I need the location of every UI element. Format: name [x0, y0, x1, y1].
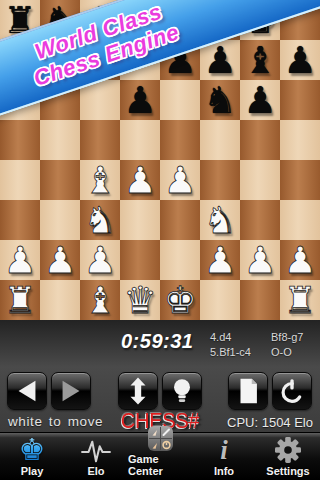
square-e1[interactable]: ♚	[160, 280, 200, 320]
square-e5[interactable]	[160, 120, 200, 160]
square-d3[interactable]	[120, 200, 160, 240]
square-e2[interactable]	[160, 240, 200, 280]
square-d2[interactable]	[120, 240, 160, 280]
tab-elo[interactable]: Elo	[64, 433, 128, 480]
square-g1[interactable]	[240, 280, 280, 320]
square-b4[interactable]	[40, 160, 80, 200]
right-triangle-icon	[56, 376, 86, 406]
tab-play[interactable]: ♚ Play	[0, 433, 64, 480]
left-triangle-icon	[12, 376, 42, 406]
square-c3[interactable]: ♞	[80, 200, 120, 240]
move-list-entry: 4.d4	[210, 331, 231, 343]
game-clock: 0:59:31	[121, 330, 193, 353]
square-a3[interactable]	[0, 200, 40, 240]
square-a5[interactable]	[0, 120, 40, 160]
white-queen[interactable]: ♛	[120, 280, 160, 320]
up-down-arrow-icon	[123, 376, 153, 406]
move-list-entry: O-O	[271, 346, 292, 358]
power-button[interactable]	[272, 372, 312, 410]
forward-button[interactable]	[51, 372, 91, 410]
white-pawn[interactable]: ♟	[240, 240, 280, 280]
new-game-button[interactable]	[228, 372, 268, 410]
black-pawn[interactable]: ♟	[240, 80, 280, 120]
square-c4[interactable]: ♝	[80, 160, 120, 200]
white-king[interactable]: ♚	[160, 280, 200, 320]
tab-bar: ♚ Play Elo	[0, 432, 320, 480]
square-h5[interactable]	[280, 120, 320, 160]
white-bishop[interactable]: ♝	[80, 280, 120, 320]
cpu-elo-label: CPU: 1504 Elo	[227, 415, 313, 430]
square-g4[interactable]	[240, 160, 280, 200]
square-h3[interactable]	[280, 200, 320, 240]
white-knight[interactable]: ♞	[80, 200, 120, 240]
square-b5[interactable]	[40, 120, 80, 160]
square-c2[interactable]: ♟	[80, 240, 120, 280]
square-e4[interactable]: ♟	[160, 160, 200, 200]
gear-icon	[274, 435, 302, 464]
black-knight[interactable]: ♞	[200, 80, 240, 120]
square-e6[interactable]	[160, 80, 200, 120]
square-h6[interactable]	[280, 80, 320, 120]
move-list-entry: 5.Bf1-c4	[210, 346, 251, 358]
square-b3[interactable]	[40, 200, 80, 240]
square-b2[interactable]: ♟	[40, 240, 80, 280]
square-g3[interactable]	[240, 200, 280, 240]
square-f2[interactable]: ♟	[200, 240, 240, 280]
square-f5[interactable]	[200, 120, 240, 160]
square-a4[interactable]	[0, 160, 40, 200]
square-g5[interactable]	[240, 120, 280, 160]
square-d6[interactable]: ♟	[120, 80, 160, 120]
square-h7[interactable]: ♟	[280, 40, 320, 80]
black-bishop[interactable]: ♝	[240, 40, 280, 80]
tab-info[interactable]: i Info	[192, 433, 256, 480]
move-list-entry: Bf8-g7	[271, 331, 303, 343]
white-pawn[interactable]: ♟	[40, 240, 80, 280]
chess-king-icon: ♚	[19, 435, 46, 464]
square-g6[interactable]: ♟	[240, 80, 280, 120]
info-icon: i	[220, 435, 228, 464]
square-a1[interactable]: ♜	[0, 280, 40, 320]
tab-info-label: Info	[214, 465, 234, 477]
square-h4[interactable]	[280, 160, 320, 200]
light-bulb-icon	[167, 376, 197, 406]
white-pawn[interactable]: ♟	[280, 240, 320, 280]
tab-settings-label: Settings	[266, 465, 309, 477]
white-rook[interactable]: ♜	[280, 280, 320, 320]
square-g2[interactable]: ♟	[240, 240, 280, 280]
square-d5[interactable]	[120, 120, 160, 160]
tab-settings[interactable]: Settings	[256, 433, 320, 480]
white-pawn[interactable]: ♟	[80, 240, 120, 280]
white-rook[interactable]: ♜	[0, 280, 40, 320]
power-icon	[277, 376, 307, 406]
square-a2[interactable]: ♟	[0, 240, 40, 280]
tab-game-center-label: Game Center	[128, 453, 192, 477]
square-c5[interactable]	[80, 120, 120, 160]
hint-button[interactable]	[162, 372, 202, 410]
square-c1[interactable]: ♝	[80, 280, 120, 320]
pulse-icon	[79, 435, 113, 464]
game-center-icon	[147, 425, 174, 452]
white-pawn[interactable]: ♟	[200, 240, 240, 280]
square-f4[interactable]	[200, 160, 240, 200]
square-e3[interactable]	[160, 200, 200, 240]
white-knight[interactable]: ♞	[200, 200, 240, 240]
document-icon	[233, 376, 263, 406]
square-h1[interactable]: ♜	[280, 280, 320, 320]
white-bishop[interactable]: ♝	[80, 160, 120, 200]
up-down-button[interactable]	[118, 372, 158, 410]
square-d4[interactable]: ♟	[120, 160, 160, 200]
white-pawn[interactable]: ♟	[120, 160, 160, 200]
square-h2[interactable]: ♟	[280, 240, 320, 280]
square-f1[interactable]	[200, 280, 240, 320]
white-pawn[interactable]: ♟	[160, 160, 200, 200]
square-d1[interactable]: ♛	[120, 280, 160, 320]
black-pawn[interactable]: ♟	[280, 40, 320, 80]
square-b1[interactable]	[40, 280, 80, 320]
square-f3[interactable]: ♞	[200, 200, 240, 240]
white-pawn[interactable]: ♟	[0, 240, 40, 280]
back-button[interactable]	[7, 372, 47, 410]
square-f6[interactable]: ♞	[200, 80, 240, 120]
chess-app-screen: ♜♞♝♛♜♚♟♟♟♟♟♝♟♟♞♟♝♟♟♞♞♟♟♟♟♟♟♜♝♛♚♜ World C…	[0, 0, 320, 480]
tab-elo-label: Elo	[87, 465, 104, 477]
square-g7[interactable]: ♝	[240, 40, 280, 80]
black-pawn[interactable]: ♟	[120, 80, 160, 120]
tab-game-center[interactable]: Game Center	[128, 433, 192, 480]
